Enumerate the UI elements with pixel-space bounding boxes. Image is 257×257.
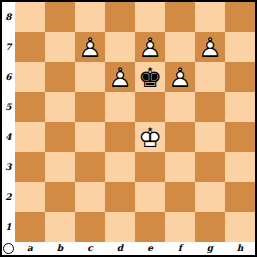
square-g7[interactable]: ♟♙ xyxy=(195,32,225,62)
square-c8[interactable] xyxy=(75,2,105,32)
white-pawn-g7[interactable]: ♟♙ xyxy=(195,32,225,62)
square-e2[interactable] xyxy=(135,182,165,212)
chess-diagram: 87654321 ♟♙♟♙♟♙♟♙♚♟♙♚♔ abcdefgh xyxy=(0,0,257,257)
white-to-move-indicator xyxy=(3,243,14,254)
square-f5[interactable] xyxy=(165,92,195,122)
white-pawn-glyph-outline: ♙ xyxy=(105,62,135,92)
square-b3[interactable] xyxy=(45,152,75,182)
square-a1[interactable] xyxy=(15,212,45,242)
square-a6[interactable] xyxy=(15,62,45,92)
rank-label-8: 8 xyxy=(2,2,15,32)
square-g3[interactable] xyxy=(195,152,225,182)
file-label-e: e xyxy=(135,242,165,255)
square-a7[interactable] xyxy=(15,32,45,62)
rank-label-1: 1 xyxy=(2,212,15,242)
square-b4[interactable] xyxy=(45,122,75,152)
square-h5[interactable] xyxy=(225,92,255,122)
file-label-h: h xyxy=(225,242,255,255)
square-e5[interactable] xyxy=(135,92,165,122)
square-b8[interactable] xyxy=(45,2,75,32)
square-f8[interactable] xyxy=(165,2,195,32)
square-d2[interactable] xyxy=(105,182,135,212)
square-a3[interactable] xyxy=(15,152,45,182)
square-a4[interactable] xyxy=(15,122,45,152)
file-label-a: a xyxy=(15,242,45,255)
rank-labels: 87654321 xyxy=(2,2,15,242)
square-e6[interactable]: ♚ xyxy=(135,62,165,92)
file-label-b: b xyxy=(45,242,75,255)
white-pawn-f6[interactable]: ♟♙ xyxy=(165,62,195,92)
square-d1[interactable] xyxy=(105,212,135,242)
file-label-c: c xyxy=(75,242,105,255)
file-label-d: d xyxy=(105,242,135,255)
square-g8[interactable] xyxy=(195,2,225,32)
square-e3[interactable] xyxy=(135,152,165,182)
white-pawn-glyph-outline: ♙ xyxy=(75,32,105,62)
square-f4[interactable] xyxy=(165,122,195,152)
square-e4[interactable]: ♚♔ xyxy=(135,122,165,152)
square-d8[interactable] xyxy=(105,2,135,32)
white-pawn-glyph-outline: ♙ xyxy=(135,32,165,62)
square-g5[interactable] xyxy=(195,92,225,122)
square-h2[interactable] xyxy=(225,182,255,212)
white-king-e4[interactable]: ♚♔ xyxy=(135,122,165,152)
square-c7[interactable]: ♟♙ xyxy=(75,32,105,62)
square-d6[interactable]: ♟♙ xyxy=(105,62,135,92)
square-c6[interactable] xyxy=(75,62,105,92)
square-e7[interactable]: ♟♙ xyxy=(135,32,165,62)
square-c2[interactable] xyxy=(75,182,105,212)
file-label-f: f xyxy=(165,242,195,255)
square-h7[interactable] xyxy=(225,32,255,62)
square-d3[interactable] xyxy=(105,152,135,182)
white-king-glyph-outline: ♔ xyxy=(135,122,165,152)
square-h6[interactable] xyxy=(225,62,255,92)
square-d7[interactable] xyxy=(105,32,135,62)
square-f6[interactable]: ♟♙ xyxy=(165,62,195,92)
square-b2[interactable] xyxy=(45,182,75,212)
square-f7[interactable] xyxy=(165,32,195,62)
square-b7[interactable] xyxy=(45,32,75,62)
square-b6[interactable] xyxy=(45,62,75,92)
rank-label-5: 5 xyxy=(2,92,15,122)
square-g1[interactable] xyxy=(195,212,225,242)
rank-label-2: 2 xyxy=(2,182,15,212)
square-b1[interactable] xyxy=(45,212,75,242)
file-label-g: g xyxy=(195,242,225,255)
square-c5[interactable] xyxy=(75,92,105,122)
square-a2[interactable] xyxy=(15,182,45,212)
chess-board[interactable]: ♟♙♟♙♟♙♟♙♚♟♙♚♔ xyxy=(15,2,255,242)
square-d4[interactable] xyxy=(105,122,135,152)
square-h4[interactable] xyxy=(225,122,255,152)
white-pawn-e7[interactable]: ♟♙ xyxy=(135,32,165,62)
black-king-e6[interactable]: ♚ xyxy=(135,62,165,92)
square-g4[interactable] xyxy=(195,122,225,152)
square-g6[interactable] xyxy=(195,62,225,92)
square-c1[interactable] xyxy=(75,212,105,242)
square-f1[interactable] xyxy=(165,212,195,242)
white-pawn-glyph-outline: ♙ xyxy=(165,62,195,92)
square-a8[interactable] xyxy=(15,2,45,32)
white-pawn-c7[interactable]: ♟♙ xyxy=(75,32,105,62)
white-pawn-d6[interactable]: ♟♙ xyxy=(105,62,135,92)
square-b5[interactable] xyxy=(45,92,75,122)
square-c4[interactable] xyxy=(75,122,105,152)
file-labels: abcdefgh xyxy=(15,242,255,255)
square-f2[interactable] xyxy=(165,182,195,212)
rank-label-3: 3 xyxy=(2,152,15,182)
rank-label-7: 7 xyxy=(2,32,15,62)
square-c3[interactable] xyxy=(75,152,105,182)
white-pawn-glyph-outline: ♙ xyxy=(195,32,225,62)
square-d5[interactable] xyxy=(105,92,135,122)
rank-label-4: 4 xyxy=(2,122,15,152)
square-h1[interactable] xyxy=(225,212,255,242)
square-g2[interactable] xyxy=(195,182,225,212)
square-e8[interactable] xyxy=(135,2,165,32)
black-king-glyph: ♚ xyxy=(135,62,165,92)
rank-label-6: 6 xyxy=(2,62,15,92)
square-f3[interactable] xyxy=(165,152,195,182)
square-h3[interactable] xyxy=(225,152,255,182)
square-h8[interactable] xyxy=(225,2,255,32)
square-e1[interactable] xyxy=(135,212,165,242)
square-a5[interactable] xyxy=(15,92,45,122)
